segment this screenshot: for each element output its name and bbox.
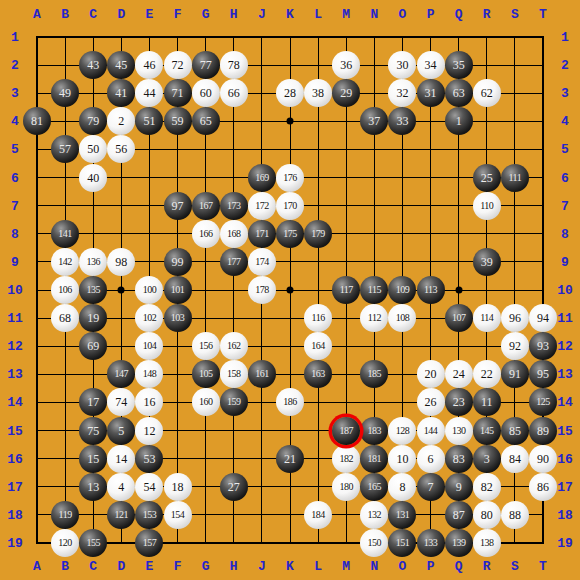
stone: 96 [501, 304, 529, 332]
stone: 17 [79, 388, 107, 416]
stone-number: 104 [143, 341, 157, 351]
stone: 128 [388, 417, 416, 445]
stone: 40 [79, 164, 107, 192]
stone: 24 [445, 360, 473, 388]
stone: 65 [192, 107, 220, 135]
stone: 182 [332, 445, 360, 473]
stone-number: 180 [339, 482, 353, 492]
stone: 25 [473, 164, 501, 192]
go-board[interactable]: AABBCCDDEEFFGGHHJJKKLLMMNNOOPPQQRRSSTT11… [0, 0, 580, 580]
stone-number: 173 [227, 201, 241, 211]
stone-number: 84 [509, 453, 521, 465]
stone-number: 41 [115, 87, 127, 99]
stone: 1 [445, 107, 473, 135]
stone-number: 32 [396, 87, 408, 99]
stone-number: 94 [537, 312, 549, 324]
stone: 100 [135, 276, 163, 304]
stone-number: 92 [509, 340, 521, 352]
row-label-left: 16 [7, 451, 23, 466]
stone: 155 [79, 529, 107, 557]
stone: 51 [135, 107, 163, 135]
stone-number: 136 [86, 257, 100, 267]
stone-number: 170 [283, 201, 297, 211]
column-label-top: M [342, 7, 350, 22]
stone: 91 [501, 360, 529, 388]
stone-number: 85 [509, 425, 521, 437]
stone-number: 28 [284, 87, 296, 99]
row-label-right: 7 [561, 198, 569, 213]
stone-number: 1 [456, 115, 462, 127]
stone-number: 75 [87, 425, 99, 437]
stone: 185 [360, 360, 388, 388]
stone-number: 29 [340, 87, 352, 99]
stone: 32 [388, 79, 416, 107]
stone-number: 13 [87, 481, 99, 493]
stone: 92 [501, 332, 529, 360]
stone: 113 [417, 276, 445, 304]
row-label-right: 16 [557, 451, 573, 466]
row-label-left: 12 [7, 339, 23, 354]
row-label-right: 11 [557, 311, 573, 326]
stone: 63 [445, 79, 473, 107]
stone-number: 174 [255, 257, 269, 267]
column-label-top: P [427, 7, 435, 22]
row-label-right: 12 [557, 339, 573, 354]
row-label-left: 10 [7, 283, 23, 298]
row-label-right: 14 [557, 395, 573, 410]
stone-number: 110 [480, 201, 493, 211]
stone: 107 [445, 304, 473, 332]
stone-number: 160 [199, 397, 213, 407]
stone: 34 [417, 51, 445, 79]
stone: 35 [445, 51, 473, 79]
stone: 164 [304, 332, 332, 360]
stone: 106 [51, 276, 79, 304]
stone-number: 182 [339, 454, 353, 464]
stone-number: 63 [453, 87, 465, 99]
row-label-right: 18 [557, 507, 573, 522]
stone-number: 53 [143, 453, 155, 465]
stone-number: 112 [368, 313, 381, 323]
stone: 104 [135, 332, 163, 360]
column-label-top: Q [455, 7, 463, 22]
stone-number: 132 [368, 510, 382, 520]
stone-number: 177 [227, 257, 241, 267]
stone-number: 119 [59, 510, 72, 520]
stone: 154 [164, 501, 192, 529]
stone: 97 [164, 192, 192, 220]
stone: 78 [220, 51, 248, 79]
stone: 133 [417, 529, 445, 557]
column-label-bottom: C [89, 559, 97, 574]
stone-number: 176 [283, 173, 297, 183]
stone-number: 21 [284, 453, 296, 465]
stone-number: 141 [58, 229, 72, 239]
stone: 21 [276, 445, 304, 473]
stone-number: 50 [87, 143, 99, 155]
column-label-bottom: Q [455, 559, 463, 574]
stone: 110 [473, 192, 501, 220]
stone-number: 108 [396, 313, 410, 323]
stone-number: 117 [340, 285, 353, 295]
stone: 72 [164, 51, 192, 79]
stone: 9 [445, 473, 473, 501]
stone-number: 11 [481, 396, 493, 408]
stone: 50 [79, 135, 107, 163]
row-label-left: 4 [11, 114, 19, 129]
stone: 82 [473, 473, 501, 501]
stone-number: 17 [87, 396, 99, 408]
stone: 59 [164, 107, 192, 135]
stone-number: 151 [396, 538, 410, 548]
stone-number: 154 [171, 510, 185, 520]
row-label-right: 19 [557, 536, 573, 551]
stone: 39 [473, 248, 501, 276]
stone-number: 167 [199, 201, 213, 211]
stone-number: 8 [399, 481, 405, 493]
stone-number: 99 [172, 256, 184, 268]
row-label-left: 9 [11, 254, 19, 269]
stone-number: 56 [115, 143, 127, 155]
stone-number: 171 [255, 229, 269, 239]
column-label-top: A [33, 7, 41, 22]
stone: 177 [220, 248, 248, 276]
stone: 16 [135, 388, 163, 416]
stone-number: 59 [172, 115, 184, 127]
stone-number: 153 [143, 510, 157, 520]
column-label-top: F [174, 7, 182, 22]
column-label-bottom: G [202, 559, 210, 574]
stone-number: 100 [143, 285, 157, 295]
stone-number: 14 [115, 453, 127, 465]
row-label-right: 13 [557, 367, 573, 382]
stone-number: 62 [481, 87, 493, 99]
stone-number: 31 [425, 87, 437, 99]
stone-number: 65 [200, 115, 212, 127]
column-label-top: J [258, 7, 266, 22]
stone-number: 144 [424, 426, 438, 436]
stone: 88 [501, 501, 529, 529]
stone-number: 109 [396, 285, 410, 295]
column-label-bottom: P [427, 559, 435, 574]
stone: 103 [164, 304, 192, 332]
stone-number: 142 [58, 257, 72, 267]
row-label-right: 10 [557, 283, 573, 298]
stone: 156 [192, 332, 220, 360]
stone-number: 71 [172, 87, 184, 99]
stone-number: 150 [368, 538, 382, 548]
row-label-left: 5 [11, 142, 19, 157]
stone: 85 [501, 417, 529, 445]
row-label-right: 4 [561, 114, 569, 129]
stone-number: 157 [143, 538, 157, 548]
stone-number: 98 [115, 256, 127, 268]
stone-last-move: 187 [332, 417, 360, 445]
stone-number: 147 [115, 369, 129, 379]
stone-number: 27 [228, 481, 240, 493]
stone: 121 [107, 501, 135, 529]
stone-number: 186 [283, 397, 297, 407]
stone: 62 [473, 79, 501, 107]
stone-number: 111 [508, 173, 521, 183]
stone: 23 [445, 388, 473, 416]
row-label-left: 15 [7, 423, 23, 438]
stone: 175 [276, 220, 304, 248]
stone-number: 77 [200, 59, 212, 71]
column-label-top: C [89, 7, 97, 22]
stone-number: 130 [452, 426, 466, 436]
stone: 49 [51, 79, 79, 107]
stone-number: 168 [227, 229, 241, 239]
stone-number: 80 [481, 509, 493, 521]
stone: 13 [79, 473, 107, 501]
stone: 172 [248, 192, 276, 220]
stone-number: 166 [199, 229, 213, 239]
stone-number: 113 [424, 285, 437, 295]
stone: 125 [529, 388, 557, 416]
stone: 114 [473, 304, 501, 332]
column-label-bottom: K [286, 559, 294, 574]
stone: 18 [164, 473, 192, 501]
stone-number: 44 [143, 87, 155, 99]
stone-number: 183 [368, 426, 382, 436]
star-point [118, 287, 125, 294]
stone: 111 [501, 164, 529, 192]
stone: 80 [473, 501, 501, 529]
stone-number: 54 [143, 481, 155, 493]
stone: 181 [360, 445, 388, 473]
stone-number: 89 [537, 425, 549, 437]
stone-number: 115 [368, 285, 381, 295]
stone-number: 148 [143, 369, 157, 379]
column-label-bottom: F [174, 559, 182, 574]
stone: 160 [192, 388, 220, 416]
stone-number: 30 [396, 59, 408, 71]
stone-number: 24 [453, 368, 465, 380]
row-label-left: 18 [7, 507, 23, 522]
stone-number: 49 [59, 87, 71, 99]
stone-number: 88 [509, 509, 521, 521]
stone-number: 5 [118, 425, 124, 437]
column-label-bottom: O [399, 559, 407, 574]
stone-number: 20 [425, 368, 437, 380]
stone-number: 82 [481, 481, 493, 493]
stone: 86 [529, 473, 557, 501]
stone-number: 18 [172, 481, 184, 493]
column-label-bottom: N [370, 559, 378, 574]
stone-number: 72 [172, 59, 184, 71]
stone: 136 [79, 248, 107, 276]
stone: 165 [360, 473, 388, 501]
stone-number: 120 [58, 538, 72, 548]
stone-number: 66 [228, 87, 240, 99]
stone: 105 [192, 360, 220, 388]
row-label-left: 17 [7, 479, 23, 494]
stone-number: 145 [480, 426, 494, 436]
row-label-left: 19 [7, 536, 23, 551]
stone: 77 [192, 51, 220, 79]
stone: 54 [135, 473, 163, 501]
stone: 14 [107, 445, 135, 473]
stone: 60 [192, 79, 220, 107]
stone-number: 161 [255, 369, 269, 379]
column-label-bottom: B [61, 559, 69, 574]
stone-number: 184 [311, 510, 325, 520]
stone-number: 128 [396, 426, 410, 436]
stone-number: 121 [115, 510, 129, 520]
stone-number: 7 [428, 481, 434, 493]
stone: 131 [388, 501, 416, 529]
stone: 158 [220, 360, 248, 388]
row-label-right: 17 [557, 479, 573, 494]
row-label-right: 1 [561, 30, 569, 45]
column-label-top: N [370, 7, 378, 22]
stone: 37 [360, 107, 388, 135]
stone-number: 69 [87, 340, 99, 352]
stone-number: 40 [87, 172, 99, 184]
stone: 142 [51, 248, 79, 276]
stone-number: 51 [143, 115, 155, 127]
column-label-bottom: A [33, 559, 41, 574]
star-point [287, 287, 294, 294]
star-point [287, 118, 294, 125]
stone-number: 45 [115, 59, 127, 71]
stone: 31 [417, 79, 445, 107]
stone-number: 34 [425, 59, 437, 71]
stone: 173 [220, 192, 248, 220]
stone: 135 [79, 276, 107, 304]
stone-number: 116 [312, 313, 325, 323]
stone-number: 95 [537, 368, 549, 380]
column-label-bottom: D [117, 559, 125, 574]
grid-line [36, 346, 544, 347]
stone: 179 [304, 220, 332, 248]
stone-number: 105 [199, 369, 213, 379]
stone: 38 [304, 79, 332, 107]
stone: 74 [107, 388, 135, 416]
stone: 178 [248, 276, 276, 304]
stone-number: 39 [481, 256, 493, 268]
stone-number: 175 [283, 229, 297, 239]
stone-number: 185 [368, 369, 382, 379]
stone: 138 [473, 529, 501, 557]
stone: 20 [417, 360, 445, 388]
star-point [455, 287, 462, 294]
row-label-right: 2 [561, 58, 569, 73]
stone-number: 79 [87, 115, 99, 127]
stone: 43 [79, 51, 107, 79]
stone: 168 [220, 220, 248, 248]
row-label-left: 6 [11, 170, 19, 185]
stone: 132 [360, 501, 388, 529]
stone-number: 86 [537, 481, 549, 493]
stone: 117 [332, 276, 360, 304]
stone: 98 [107, 248, 135, 276]
stone: 12 [135, 417, 163, 445]
stone: 75 [79, 417, 107, 445]
stone: 11 [473, 388, 501, 416]
stone: 84 [501, 445, 529, 473]
stone: 150 [360, 529, 388, 557]
stone: 145 [473, 417, 501, 445]
stone-number: 138 [480, 538, 494, 548]
stone: 28 [276, 79, 304, 107]
row-label-left: 3 [11, 86, 19, 101]
stone: 153 [135, 501, 163, 529]
stone-number: 164 [311, 341, 325, 351]
stone: 116 [304, 304, 332, 332]
stone: 101 [164, 276, 192, 304]
column-label-top: O [399, 7, 407, 22]
stone-number: 91 [509, 368, 521, 380]
column-label-top: K [286, 7, 294, 22]
column-label-top: B [61, 7, 69, 22]
stone: 151 [388, 529, 416, 557]
stone: 130 [445, 417, 473, 445]
column-label-top: L [314, 7, 322, 22]
stone: 141 [51, 220, 79, 248]
stone: 174 [248, 248, 276, 276]
stone: 93 [529, 332, 557, 360]
column-label-bottom: E [146, 559, 154, 574]
stone: 4 [107, 473, 135, 501]
stone: 71 [164, 79, 192, 107]
stone-number: 10 [396, 453, 408, 465]
column-label-top: T [539, 7, 547, 22]
stone: 8 [388, 473, 416, 501]
stone: 176 [276, 164, 304, 192]
stone-number: 159 [227, 397, 241, 407]
column-label-bottom: R [483, 559, 491, 574]
stone-number: 125 [536, 397, 550, 407]
row-label-left: 14 [7, 395, 23, 410]
stone-number: 83 [453, 453, 465, 465]
stone: 108 [388, 304, 416, 332]
stone: 99 [164, 248, 192, 276]
stone-number: 172 [255, 201, 269, 211]
stone: 102 [135, 304, 163, 332]
column-label-bottom: S [511, 559, 519, 574]
stone-number: 4 [118, 481, 124, 493]
grid-line [318, 36, 319, 544]
stone-number: 68 [59, 312, 71, 324]
stone-number: 187 [339, 426, 353, 436]
stone: 3 [473, 445, 501, 473]
row-label-right: 9 [561, 254, 569, 269]
stone: 68 [51, 304, 79, 332]
stone-number: 93 [537, 340, 549, 352]
stone: 10 [388, 445, 416, 473]
stone-number: 106 [58, 285, 72, 295]
stone: 112 [360, 304, 388, 332]
column-label-bottom: J [258, 559, 266, 574]
stone: 56 [107, 135, 135, 163]
stone: 157 [135, 529, 163, 557]
stone-number: 158 [227, 369, 241, 379]
stone: 180 [332, 473, 360, 501]
stone-number: 35 [453, 59, 465, 71]
stone-number: 181 [368, 454, 382, 464]
stone-number: 131 [396, 510, 410, 520]
stone-number: 43 [87, 59, 99, 71]
stone-number: 3 [484, 453, 490, 465]
stone: 115 [360, 276, 388, 304]
stone: 144 [417, 417, 445, 445]
column-label-top: D [117, 7, 125, 22]
stone-number: 6 [428, 453, 434, 465]
stone: 167 [192, 192, 220, 220]
stone: 19 [79, 304, 107, 332]
